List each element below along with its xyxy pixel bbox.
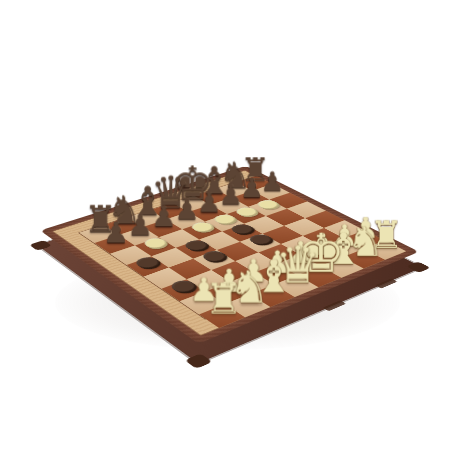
case-foot bbox=[185, 353, 213, 369]
square-a1[interactable]: ♜ bbox=[199, 304, 245, 328]
case-foot bbox=[406, 261, 431, 273]
board-scene: ♜♞♝♛♚♝♞♜♟♟♟♟♟♟♟♟♟♟♟♟♟♟♟♟♜♞♝♛♚♝♞♜ bbox=[0, 0, 452, 452]
case-foot bbox=[29, 240, 52, 251]
cream-rook-glyph: ♜ bbox=[189, 278, 257, 320]
dark-pawn-glyph: ♟ bbox=[85, 219, 145, 248]
dark-checker-disc-e5[interactable] bbox=[228, 223, 257, 236]
